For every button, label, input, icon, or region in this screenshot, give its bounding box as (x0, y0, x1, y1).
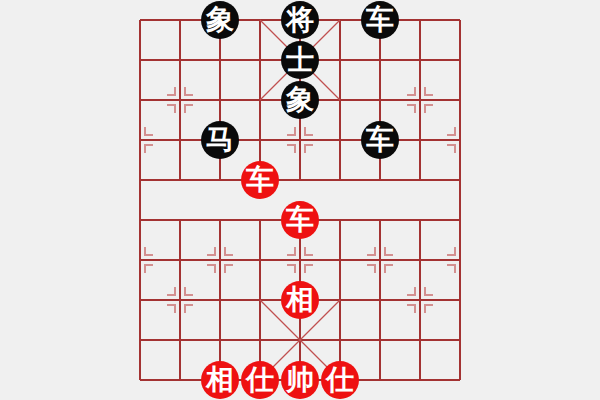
piece-red-elephant-2[interactable]: 相 (201, 361, 239, 399)
piece-black-elephant-2[interactable]: 象 (281, 81, 319, 119)
piece-red-chariot-2[interactable]: 车 (281, 201, 319, 239)
xiangqi-diagram: 象将车士象马车车车相相仕帅仕 (0, 0, 600, 400)
piece-black-general[interactable]: 将 (281, 1, 319, 39)
piece-black-chariot-1[interactable]: 车 (361, 1, 399, 39)
piece-red-elephant-1[interactable]: 相 (281, 281, 319, 319)
board[interactable]: 象将车士象马车车车相相仕帅仕 (140, 20, 460, 380)
piece-black-advisor-1[interactable]: 士 (281, 41, 319, 79)
piece-black-elephant-1[interactable]: 象 (201, 1, 239, 39)
piece-black-chariot-2[interactable]: 车 (361, 121, 399, 159)
piece-red-advisor-2[interactable]: 仕 (321, 361, 359, 399)
piece-black-horse-1[interactable]: 马 (201, 121, 239, 159)
board-pieces: 象将车士象马车车车相相仕帅仕 (140, 20, 460, 380)
piece-red-chariot-1[interactable]: 车 (241, 161, 279, 199)
piece-red-advisor-1[interactable]: 仕 (241, 361, 279, 399)
piece-red-general[interactable]: 帅 (281, 361, 319, 399)
